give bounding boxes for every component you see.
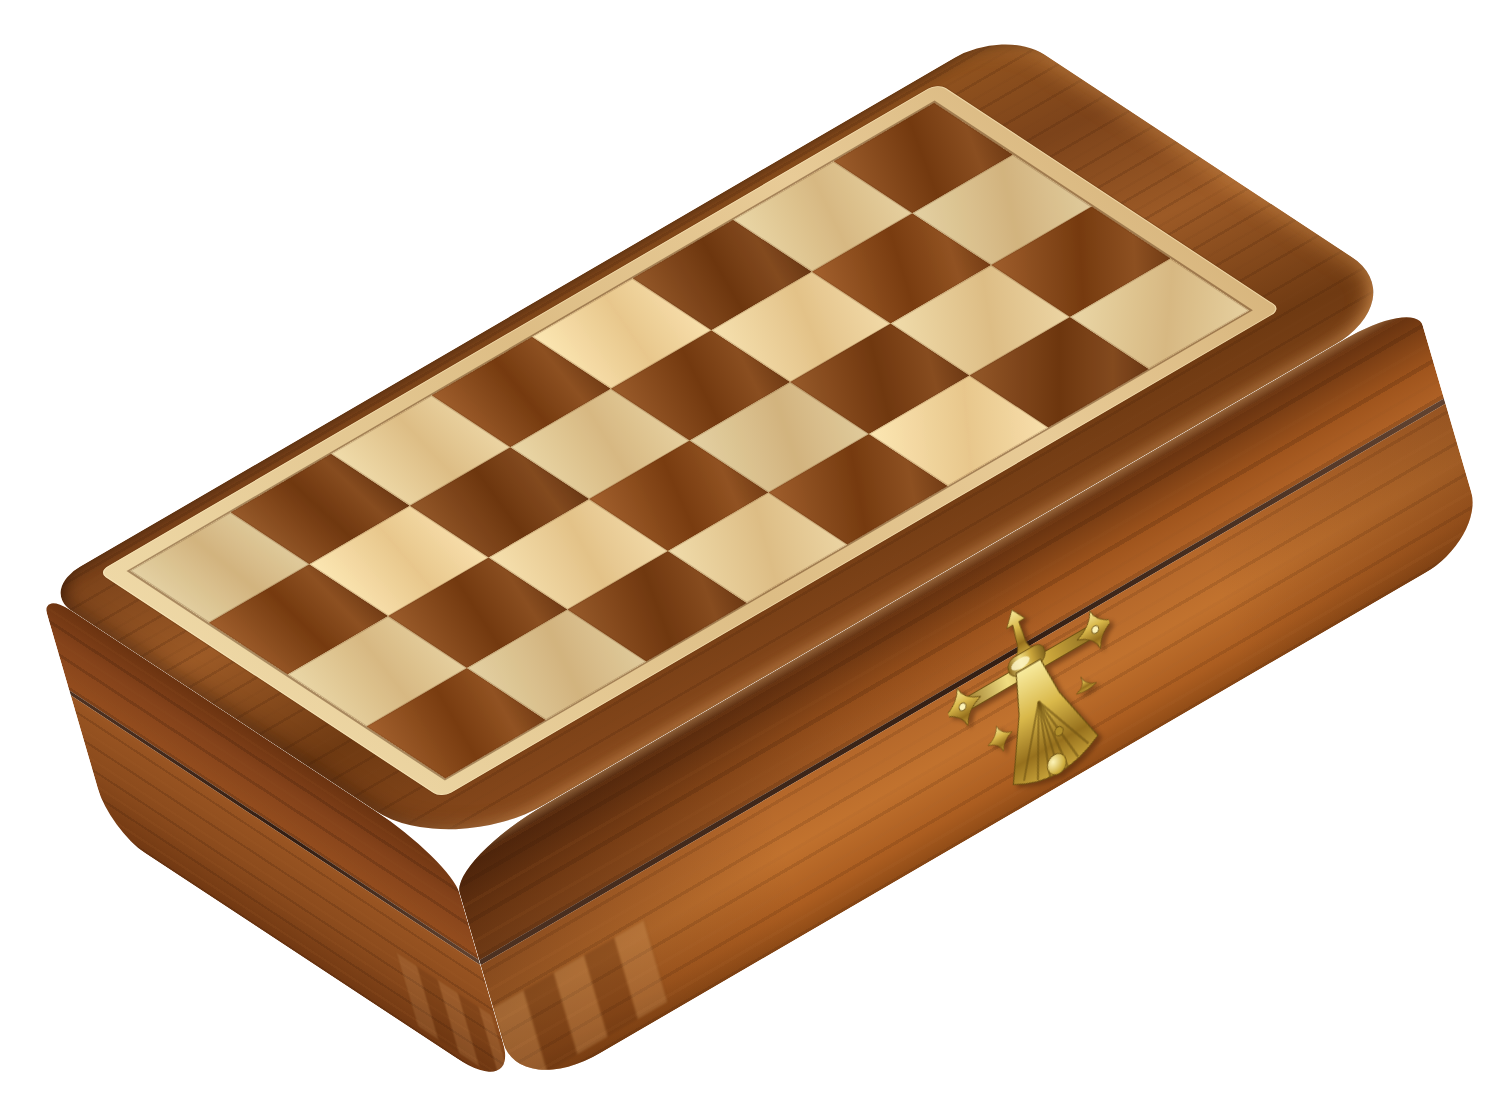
product-photo-chess-box (0, 0, 1500, 1104)
